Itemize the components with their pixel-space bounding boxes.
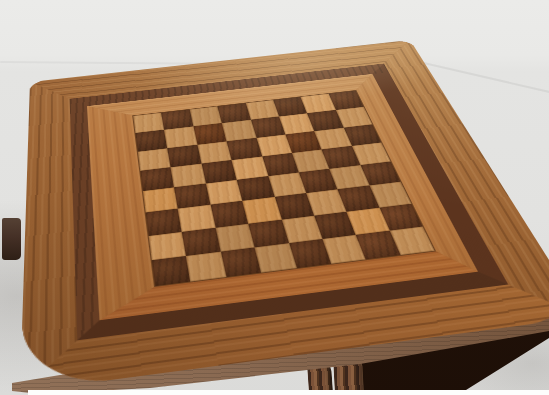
- board-cell-b3: [178, 205, 215, 232]
- board-cell-a7: [135, 130, 167, 152]
- board-cell-d7: [222, 120, 256, 141]
- board-cell-b6: [168, 144, 202, 167]
- photo-bottom-border: [28, 390, 549, 395]
- board-cell-c2: [215, 223, 254, 251]
- board-cell-a4: [143, 187, 178, 212]
- photo-of-chess-table: [0, 0, 549, 395]
- board-cell-a1: [152, 256, 191, 286]
- board-cell-d1: [255, 243, 297, 273]
- board-cell-b1: [186, 251, 226, 281]
- table-base-fragment: [2, 218, 21, 260]
- board-cell-c7: [193, 123, 226, 144]
